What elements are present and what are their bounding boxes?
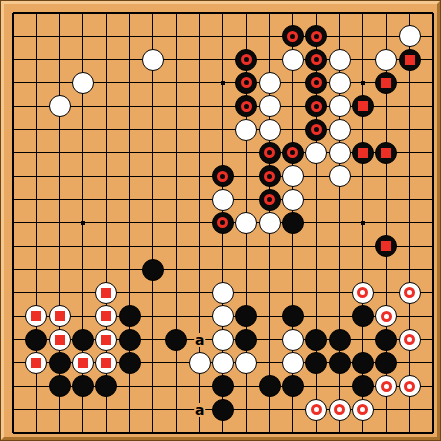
intersection[interactable] — [375, 258, 398, 281]
intersection[interactable] — [165, 258, 188, 281]
intersection[interactable] — [281, 188, 304, 211]
intersection[interactable] — [258, 118, 281, 141]
intersection[interactable] — [95, 398, 118, 421]
intersection[interactable] — [188, 421, 211, 441]
intersection[interactable] — [421, 398, 441, 421]
intersection[interactable] — [398, 375, 421, 398]
intersection[interactable] — [71, 211, 94, 234]
intersection[interactable] — [165, 71, 188, 94]
intersection[interactable] — [328, 398, 351, 421]
intersection[interactable] — [141, 305, 164, 328]
intersection[interactable] — [1, 95, 24, 118]
intersection[interactable] — [48, 281, 71, 304]
intersection[interactable] — [71, 95, 94, 118]
intersection[interactable] — [1, 48, 24, 71]
intersection[interactable] — [328, 48, 351, 71]
intersection[interactable] — [141, 141, 164, 164]
intersection[interactable] — [71, 258, 94, 281]
intersection[interactable] — [25, 188, 48, 211]
intersection[interactable] — [281, 71, 304, 94]
intersection[interactable] — [165, 141, 188, 164]
intersection[interactable] — [71, 421, 94, 441]
intersection[interactable] — [118, 71, 141, 94]
intersection[interactable] — [258, 328, 281, 351]
intersection[interactable] — [118, 211, 141, 234]
intersection[interactable] — [351, 281, 374, 304]
intersection[interactable] — [258, 1, 281, 24]
intersection[interactable] — [211, 95, 234, 118]
intersection[interactable] — [211, 398, 234, 421]
intersection[interactable] — [118, 375, 141, 398]
intersection[interactable] — [118, 48, 141, 71]
intersection[interactable] — [1, 398, 24, 421]
intersection[interactable] — [1, 71, 24, 94]
intersection[interactable] — [141, 48, 164, 71]
intersection[interactable] — [118, 235, 141, 258]
intersection[interactable] — [235, 351, 258, 374]
intersection[interactable] — [375, 328, 398, 351]
intersection[interactable] — [118, 398, 141, 421]
intersection[interactable] — [25, 165, 48, 188]
intersection[interactable] — [375, 188, 398, 211]
intersection[interactable] — [48, 118, 71, 141]
intersection[interactable] — [281, 375, 304, 398]
intersection[interactable] — [328, 305, 351, 328]
intersection[interactable] — [141, 328, 164, 351]
intersection[interactable] — [375, 235, 398, 258]
intersection[interactable] — [421, 235, 441, 258]
intersection[interactable] — [305, 71, 328, 94]
intersection[interactable] — [211, 71, 234, 94]
intersection[interactable] — [258, 281, 281, 304]
intersection[interactable] — [118, 165, 141, 188]
intersection[interactable] — [71, 188, 94, 211]
intersection[interactable] — [118, 141, 141, 164]
intersection[interactable] — [421, 281, 441, 304]
intersection[interactable] — [71, 305, 94, 328]
intersection[interactable] — [165, 398, 188, 421]
intersection[interactable] — [48, 48, 71, 71]
intersection[interactable] — [48, 95, 71, 118]
intersection[interactable] — [281, 25, 304, 48]
intersection[interactable] — [235, 328, 258, 351]
intersection[interactable] — [71, 25, 94, 48]
intersection[interactable] — [95, 375, 118, 398]
intersection[interactable] — [118, 328, 141, 351]
intersection[interactable] — [351, 165, 374, 188]
intersection[interactable] — [351, 235, 374, 258]
intersection[interactable] — [211, 351, 234, 374]
intersection[interactable] — [328, 351, 351, 374]
intersection[interactable] — [188, 281, 211, 304]
intersection[interactable] — [48, 258, 71, 281]
intersection[interactable] — [141, 118, 164, 141]
intersection[interactable] — [118, 25, 141, 48]
intersection[interactable] — [281, 281, 304, 304]
intersection[interactable] — [305, 48, 328, 71]
intersection[interactable] — [398, 25, 421, 48]
intersection[interactable] — [235, 1, 258, 24]
intersection[interactable] — [235, 281, 258, 304]
intersection[interactable] — [48, 398, 71, 421]
intersection[interactable] — [188, 188, 211, 211]
intersection[interactable] — [1, 211, 24, 234]
intersection[interactable] — [305, 95, 328, 118]
intersection[interactable] — [95, 328, 118, 351]
intersection[interactable] — [281, 328, 304, 351]
intersection[interactable] — [258, 375, 281, 398]
intersection[interactable] — [48, 165, 71, 188]
intersection[interactable] — [398, 1, 421, 24]
intersection[interactable] — [1, 258, 24, 281]
intersection[interactable] — [118, 95, 141, 118]
intersection[interactable] — [351, 258, 374, 281]
intersection[interactable] — [211, 48, 234, 71]
intersection[interactable] — [258, 235, 281, 258]
intersection[interactable] — [398, 421, 421, 441]
intersection[interactable] — [328, 25, 351, 48]
intersection[interactable] — [71, 48, 94, 71]
intersection[interactable] — [421, 328, 441, 351]
intersection[interactable] — [398, 165, 421, 188]
intersection[interactable] — [421, 421, 441, 441]
intersection[interactable] — [95, 305, 118, 328]
intersection[interactable] — [398, 188, 421, 211]
intersection[interactable] — [71, 1, 94, 24]
intersection[interactable] — [95, 48, 118, 71]
intersection[interactable] — [281, 211, 304, 234]
intersection[interactable] — [398, 71, 421, 94]
intersection[interactable] — [165, 118, 188, 141]
intersection[interactable] — [398, 118, 421, 141]
intersection[interactable] — [375, 421, 398, 441]
intersection[interactable] — [188, 141, 211, 164]
intersection[interactable] — [1, 1, 24, 24]
intersection[interactable] — [258, 48, 281, 71]
intersection[interactable] — [188, 71, 211, 94]
intersection[interactable] — [398, 141, 421, 164]
intersection[interactable] — [211, 258, 234, 281]
intersection[interactable] — [95, 421, 118, 441]
intersection[interactable] — [258, 211, 281, 234]
intersection[interactable] — [1, 165, 24, 188]
intersection[interactable] — [305, 1, 328, 24]
intersection[interactable] — [25, 421, 48, 441]
intersection[interactable] — [25, 258, 48, 281]
intersection[interactable] — [48, 25, 71, 48]
intersection[interactable] — [375, 48, 398, 71]
intersection[interactable] — [211, 235, 234, 258]
intersection[interactable] — [188, 305, 211, 328]
intersection[interactable] — [165, 281, 188, 304]
intersection[interactable] — [328, 375, 351, 398]
intersection[interactable] — [351, 305, 374, 328]
intersection[interactable] — [1, 375, 24, 398]
intersection[interactable] — [71, 118, 94, 141]
intersection[interactable] — [48, 351, 71, 374]
intersection[interactable] — [235, 71, 258, 94]
intersection[interactable] — [235, 188, 258, 211]
intersection[interactable] — [118, 421, 141, 441]
intersection[interactable] — [188, 95, 211, 118]
intersection[interactable] — [351, 188, 374, 211]
intersection[interactable] — [351, 421, 374, 441]
intersection[interactable] — [235, 118, 258, 141]
intersection[interactable] — [421, 95, 441, 118]
intersection[interactable] — [48, 328, 71, 351]
intersection[interactable] — [281, 165, 304, 188]
intersection[interactable] — [188, 1, 211, 24]
intersection[interactable] — [258, 421, 281, 441]
intersection[interactable] — [1, 421, 24, 441]
intersection[interactable] — [165, 165, 188, 188]
intersection[interactable] — [421, 25, 441, 48]
intersection[interactable] — [165, 375, 188, 398]
intersection[interactable] — [211, 421, 234, 441]
intersection[interactable] — [235, 258, 258, 281]
intersection[interactable] — [375, 375, 398, 398]
intersection[interactable] — [211, 375, 234, 398]
intersection[interactable] — [141, 351, 164, 374]
intersection[interactable] — [25, 95, 48, 118]
intersection[interactable] — [1, 25, 24, 48]
intersection[interactable] — [165, 1, 188, 24]
intersection[interactable] — [1, 281, 24, 304]
intersection[interactable] — [328, 258, 351, 281]
intersection[interactable] — [25, 211, 48, 234]
intersection[interactable] — [351, 1, 374, 24]
intersection[interactable] — [398, 328, 421, 351]
intersection[interactable] — [421, 141, 441, 164]
intersection[interactable] — [95, 188, 118, 211]
intersection[interactable] — [188, 48, 211, 71]
intersection[interactable] — [95, 118, 118, 141]
intersection[interactable] — [71, 375, 94, 398]
intersection[interactable] — [351, 71, 374, 94]
intersection[interactable] — [48, 1, 71, 24]
intersection[interactable] — [141, 188, 164, 211]
intersection[interactable] — [258, 141, 281, 164]
intersection[interactable] — [281, 48, 304, 71]
intersection[interactable] — [25, 71, 48, 94]
intersection[interactable] — [25, 48, 48, 71]
intersection[interactable] — [375, 71, 398, 94]
intersection[interactable] — [165, 25, 188, 48]
intersection[interactable] — [328, 141, 351, 164]
intersection[interactable] — [165, 211, 188, 234]
intersection[interactable] — [141, 375, 164, 398]
intersection[interactable] — [375, 141, 398, 164]
intersection[interactable] — [165, 421, 188, 441]
intersection[interactable] — [48, 211, 71, 234]
intersection[interactable] — [305, 351, 328, 374]
intersection[interactable] — [258, 71, 281, 94]
intersection[interactable] — [398, 398, 421, 421]
intersection[interactable] — [25, 351, 48, 374]
intersection[interactable] — [71, 141, 94, 164]
intersection[interactable] — [375, 1, 398, 24]
intersection[interactable] — [188, 118, 211, 141]
intersection[interactable] — [95, 211, 118, 234]
intersection[interactable] — [375, 398, 398, 421]
intersection[interactable] — [25, 305, 48, 328]
intersection[interactable] — [71, 351, 94, 374]
intersection[interactable] — [421, 165, 441, 188]
intersection[interactable] — [118, 258, 141, 281]
intersection[interactable] — [95, 281, 118, 304]
intersection[interactable] — [141, 71, 164, 94]
intersection[interactable] — [421, 305, 441, 328]
intersection[interactable] — [211, 211, 234, 234]
intersection[interactable] — [375, 211, 398, 234]
intersection[interactable] — [351, 48, 374, 71]
intersection[interactable] — [118, 188, 141, 211]
intersection[interactable] — [235, 305, 258, 328]
intersection[interactable] — [305, 398, 328, 421]
intersection[interactable] — [141, 235, 164, 258]
intersection[interactable] — [235, 211, 258, 234]
intersection[interactable] — [421, 1, 441, 24]
intersection[interactable] — [235, 141, 258, 164]
intersection[interactable] — [281, 118, 304, 141]
intersection[interactable] — [95, 95, 118, 118]
intersection[interactable] — [351, 375, 374, 398]
intersection[interactable] — [258, 188, 281, 211]
intersection[interactable] — [398, 258, 421, 281]
intersection[interactable] — [141, 398, 164, 421]
intersection[interactable] — [398, 48, 421, 71]
intersection[interactable] — [25, 141, 48, 164]
intersection[interactable] — [375, 165, 398, 188]
intersection[interactable] — [141, 211, 164, 234]
intersection[interactable] — [281, 398, 304, 421]
intersection[interactable] — [351, 141, 374, 164]
intersection[interactable] — [211, 188, 234, 211]
intersection[interactable] — [235, 375, 258, 398]
intersection[interactable] — [235, 25, 258, 48]
intersection[interactable] — [281, 1, 304, 24]
intersection[interactable] — [305, 375, 328, 398]
intersection[interactable] — [421, 188, 441, 211]
intersection[interactable] — [211, 1, 234, 24]
intersection[interactable] — [421, 351, 441, 374]
intersection[interactable] — [1, 351, 24, 374]
intersection[interactable] — [328, 71, 351, 94]
intersection[interactable] — [1, 305, 24, 328]
intersection[interactable] — [165, 351, 188, 374]
intersection[interactable] — [328, 165, 351, 188]
intersection[interactable] — [118, 281, 141, 304]
intersection[interactable] — [328, 328, 351, 351]
intersection[interactable] — [1, 118, 24, 141]
intersection[interactable] — [398, 211, 421, 234]
intersection[interactable] — [118, 118, 141, 141]
intersection[interactable] — [235, 398, 258, 421]
intersection[interactable] — [25, 235, 48, 258]
intersection[interactable] — [305, 211, 328, 234]
intersection[interactable] — [421, 48, 441, 71]
intersection[interactable] — [375, 118, 398, 141]
intersection[interactable] — [141, 165, 164, 188]
intersection[interactable] — [1, 328, 24, 351]
intersection[interactable] — [25, 375, 48, 398]
intersection[interactable] — [328, 281, 351, 304]
intersection[interactable] — [71, 398, 94, 421]
intersection[interactable] — [351, 95, 374, 118]
intersection[interactable] — [398, 305, 421, 328]
intersection[interactable] — [421, 375, 441, 398]
intersection[interactable] — [258, 165, 281, 188]
intersection[interactable] — [25, 118, 48, 141]
intersection[interactable] — [375, 281, 398, 304]
intersection[interactable] — [48, 71, 71, 94]
intersection[interactable] — [141, 1, 164, 24]
intersection[interactable] — [328, 1, 351, 24]
intersection[interactable] — [95, 141, 118, 164]
intersection[interactable] — [258, 258, 281, 281]
intersection[interactable] — [281, 95, 304, 118]
intersection[interactable] — [71, 235, 94, 258]
intersection[interactable] — [351, 351, 374, 374]
intersection[interactable] — [351, 211, 374, 234]
intersection[interactable] — [305, 235, 328, 258]
intersection[interactable] — [235, 95, 258, 118]
intersection[interactable] — [165, 188, 188, 211]
intersection[interactable] — [351, 118, 374, 141]
intersection[interactable] — [398, 281, 421, 304]
intersection[interactable] — [48, 375, 71, 398]
intersection[interactable] — [141, 95, 164, 118]
intersection[interactable] — [211, 328, 234, 351]
intersection[interactable] — [398, 95, 421, 118]
intersection[interactable] — [328, 95, 351, 118]
intersection[interactable] — [305, 25, 328, 48]
intersection[interactable] — [25, 1, 48, 24]
intersection[interactable] — [235, 235, 258, 258]
intersection[interactable] — [328, 118, 351, 141]
intersection[interactable] — [95, 258, 118, 281]
intersection[interactable] — [305, 281, 328, 304]
intersection[interactable] — [305, 165, 328, 188]
intersection[interactable] — [305, 305, 328, 328]
intersection[interactable] — [281, 421, 304, 441]
intersection[interactable] — [281, 235, 304, 258]
intersection[interactable] — [188, 351, 211, 374]
intersection[interactable] — [118, 1, 141, 24]
intersection[interactable] — [211, 305, 234, 328]
intersection[interactable] — [305, 258, 328, 281]
intersection[interactable] — [398, 351, 421, 374]
intersection[interactable] — [141, 421, 164, 441]
intersection[interactable] — [421, 211, 441, 234]
intersection[interactable] — [351, 398, 374, 421]
intersection[interactable] — [25, 281, 48, 304]
intersection[interactable] — [95, 235, 118, 258]
intersection[interactable] — [211, 141, 234, 164]
intersection[interactable] — [165, 95, 188, 118]
intersection[interactable] — [398, 235, 421, 258]
intersection[interactable] — [305, 328, 328, 351]
intersection[interactable] — [258, 95, 281, 118]
intersection[interactable] — [305, 421, 328, 441]
intersection[interactable] — [281, 351, 304, 374]
intersection[interactable] — [421, 118, 441, 141]
intersection[interactable] — [188, 165, 211, 188]
intersection[interactable] — [235, 165, 258, 188]
intersection[interactable] — [141, 281, 164, 304]
intersection[interactable] — [165, 328, 188, 351]
intersection[interactable] — [1, 188, 24, 211]
